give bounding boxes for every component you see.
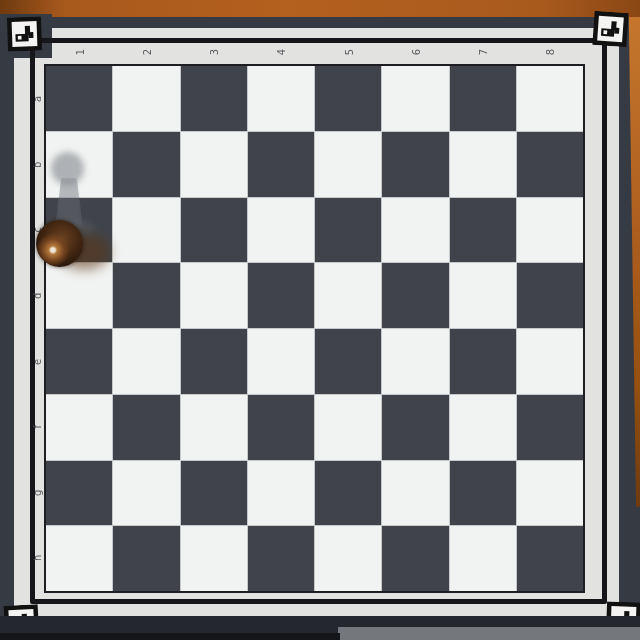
square-d8[interactable] [517,263,583,328]
chess-board[interactable] [46,66,583,591]
square-c5[interactable] [315,198,381,263]
square-h5[interactable] [315,526,381,591]
wood-table-right-strip [626,17,640,507]
square-b5[interactable] [315,132,381,197]
rank-label: d [5,288,71,303]
rank-label: h [5,551,71,566]
black-pawn[interactable] [36,220,83,267]
fiducial-marker-top-left [5,16,43,51]
square-c3[interactable] [181,198,247,263]
square-d6[interactable] [382,263,448,328]
file-label: 5 [338,18,358,85]
square-e3[interactable] [181,329,247,394]
file-label: 1 [70,18,90,85]
square-h7[interactable] [450,526,516,591]
square-h3[interactable] [181,526,247,591]
square-g8[interactable] [517,461,583,526]
square-c8[interactable] [517,198,583,263]
rank-label: e [5,354,71,369]
square-g2[interactable] [113,461,179,526]
wood-table-top-strip [0,0,640,17]
square-b6[interactable] [382,132,448,197]
square-d7[interactable] [450,263,516,328]
square-b3[interactable] [181,132,247,197]
file-label: 6 [405,18,425,85]
square-c6[interactable] [382,198,448,263]
chessboard-scene: 12345678 abcdefgh [0,0,640,640]
square-e2[interactable] [113,329,179,394]
square-g5[interactable] [315,461,381,526]
square-h6[interactable] [382,526,448,591]
square-g7[interactable] [450,461,516,526]
fiducial-marker-top-right [591,11,630,47]
square-e8[interactable] [517,329,583,394]
square-h2[interactable] [113,526,179,591]
square-e5[interactable] [315,329,381,394]
square-f4[interactable] [248,395,314,460]
square-f6[interactable] [382,395,448,460]
square-d2[interactable] [113,263,179,328]
rank-label: a [5,91,71,106]
rank-label: g [5,485,71,500]
square-g6[interactable] [382,461,448,526]
square-g4[interactable] [248,461,314,526]
square-b8[interactable] [517,132,583,197]
square-g3[interactable] [181,461,247,526]
square-f7[interactable] [450,395,516,460]
bottom-light-patch [338,627,640,640]
square-e7[interactable] [450,329,516,394]
square-c2[interactable] [113,198,179,263]
square-c4[interactable] [248,198,314,263]
square-d5[interactable] [315,263,381,328]
bottom-shadow-strip [0,633,340,640]
square-f2[interactable] [113,395,179,460]
square-b2[interactable] [113,132,179,197]
file-label: 3 [204,18,224,85]
file-label: 4 [271,18,291,85]
square-b4[interactable] [248,132,314,197]
file-label: 2 [137,18,157,85]
file-labels-top: 12345678 [46,42,583,62]
square-f3[interactable] [181,395,247,460]
file-label: 8 [539,18,559,85]
square-f8[interactable] [517,395,583,460]
square-d3[interactable] [181,263,247,328]
square-h4[interactable] [248,526,314,591]
square-b7[interactable] [450,132,516,197]
square-f5[interactable] [315,395,381,460]
square-e4[interactable] [248,329,314,394]
square-e6[interactable] [382,329,448,394]
rank-label: f [5,419,71,434]
square-d4[interactable] [248,263,314,328]
square-c7[interactable] [450,198,516,263]
file-label: 7 [472,18,492,85]
square-h8[interactable] [517,526,583,591]
rank-labels-left: abcdefgh [30,66,45,591]
